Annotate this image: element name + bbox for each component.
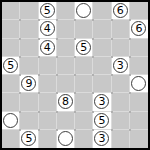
grid-intersection-dot: [56, 129, 58, 131]
numbered-circle-clue: 5: [3, 58, 18, 73]
grid-intersection-dot: [129, 74, 131, 76]
cell-r0c3[interactable]: [57, 2, 75, 20]
cell-r1c0[interactable]: [2, 20, 20, 38]
cell-r0c2: 5: [39, 2, 57, 20]
grid-intersection-dot: [56, 74, 58, 76]
cell-r4c7: [130, 75, 148, 93]
grid-intersection-dot: [129, 38, 131, 40]
cell-r5c6[interactable]: [112, 93, 130, 111]
cell-r4c0[interactable]: [2, 75, 20, 93]
grid-intersection-dot: [56, 92, 58, 94]
numbered-circle-clue: 3: [113, 58, 128, 73]
grid-intersection-dot: [19, 111, 21, 113]
cell-r4c2[interactable]: [39, 75, 57, 93]
grid-intersection-dot: [111, 74, 113, 76]
cell-r6c6[interactable]: [112, 112, 130, 130]
cell-r7c2[interactable]: [39, 130, 57, 148]
cell-r0c4: [75, 2, 93, 20]
cell-r1c1[interactable]: [20, 20, 38, 38]
cell-r3c7[interactable]: [130, 57, 148, 75]
grid-intersection-dot: [74, 74, 76, 76]
numbered-circle-clue: 5: [21, 131, 36, 146]
cell-r2c1[interactable]: [20, 39, 38, 57]
grid-intersection-dot: [19, 19, 21, 21]
numbered-circle-clue: 9: [21, 76, 36, 91]
grid-intersection-dot: [92, 92, 94, 94]
cell-r3c0: 5: [2, 57, 20, 75]
puzzle-board: 56464553983553: [0, 0, 150, 150]
grid-intersection-dot: [74, 56, 76, 58]
cell-r6c3[interactable]: [57, 112, 75, 130]
cell-r4c3[interactable]: [57, 75, 75, 93]
empty-circle-clue: [3, 113, 18, 128]
cell-r3c1[interactable]: [20, 57, 38, 75]
cell-r2c5[interactable]: [93, 39, 111, 57]
numbered-circle-clue: 4: [40, 21, 55, 36]
cell-r0c7[interactable]: [130, 2, 148, 20]
numbered-circle-clue: 5: [94, 113, 109, 128]
cell-r5c3: 8: [57, 93, 75, 111]
numbered-circle-clue: 4: [40, 40, 55, 55]
cell-r3c2[interactable]: [39, 57, 57, 75]
grid-intersection-dot: [92, 111, 94, 113]
grid-intersection-dot: [74, 129, 76, 131]
grid-intersection-dot: [19, 74, 21, 76]
cell-r0c1[interactable]: [20, 2, 38, 20]
empty-circle-clue: [131, 76, 146, 91]
cell-r2c0[interactable]: [2, 39, 20, 57]
cell-r1c5[interactable]: [93, 20, 111, 38]
grid-intersection-dot: [92, 19, 94, 21]
cell-r2c7[interactable]: [130, 39, 148, 57]
grid-intersection-dot: [92, 74, 94, 76]
cell-r2c2: 4: [39, 39, 57, 57]
cell-r1c4[interactable]: [75, 20, 93, 38]
grid-intersection-dot: [19, 56, 21, 58]
grid-intersection-dot: [129, 129, 131, 131]
grid-intersection-dot: [92, 38, 94, 40]
grid-intersection-dot: [38, 38, 40, 40]
cell-r5c7[interactable]: [130, 93, 148, 111]
grid-intersection-dot: [129, 19, 131, 21]
cell-r0c5[interactable]: [93, 2, 111, 20]
grid-intersection-dot: [56, 111, 58, 113]
grid-intersection-dot: [129, 92, 131, 94]
cell-r1c2: 4: [39, 20, 57, 38]
grid-intersection-dot: [38, 74, 40, 76]
cell-r6c1[interactable]: [20, 112, 38, 130]
cell-r0c6: 6: [112, 2, 130, 20]
numbered-circle-clue: 6: [131, 21, 146, 36]
cell-r4c5[interactable]: [93, 75, 111, 93]
cell-r0c0[interactable]: [2, 2, 20, 20]
grid-intersection-dot: [56, 56, 58, 58]
empty-circle-clue: [58, 131, 73, 146]
cell-r5c5: 3: [93, 93, 111, 111]
cell-r2c4: 5: [75, 39, 93, 57]
cell-r7c1: 5: [20, 130, 38, 148]
cell-r5c1[interactable]: [20, 93, 38, 111]
numbered-circle-clue: 5: [40, 3, 55, 18]
grid-intersection-dot: [38, 92, 40, 94]
grid-intersection-dot: [38, 129, 40, 131]
grid-intersection-dot: [129, 56, 131, 58]
cell-r1c7: 6: [130, 20, 148, 38]
grid-intersection-dot: [111, 111, 113, 113]
numbered-circle-clue: 5: [76, 40, 91, 55]
cell-r1c3[interactable]: [57, 20, 75, 38]
grid-intersection-dot: [19, 92, 21, 94]
cell-r4c1: 9: [20, 75, 38, 93]
grid-intersection-dot: [19, 129, 21, 131]
grid-intersection-dot: [111, 19, 113, 21]
grid-intersection-dot: [38, 56, 40, 58]
cell-r3c6: 3: [112, 57, 130, 75]
cell-r5c0[interactable]: [2, 93, 20, 111]
numbered-circle-clue: 3: [94, 131, 109, 146]
cell-r1c6[interactable]: [112, 20, 130, 38]
cell-r4c4[interactable]: [75, 75, 93, 93]
grid-intersection-dot: [92, 129, 94, 131]
grid-intersection-dot: [111, 129, 113, 131]
empty-circle-clue: [76, 3, 91, 18]
cell-r2c6[interactable]: [112, 39, 130, 57]
grid-intersection-dot: [129, 111, 131, 113]
cell-r4c6[interactable]: [112, 75, 130, 93]
cell-r7c5: 3: [93, 130, 111, 148]
cell-r5c2[interactable]: [39, 93, 57, 111]
cell-r5c4[interactable]: [75, 93, 93, 111]
grid-intersection-dot: [111, 92, 113, 94]
cell-r6c0: [2, 112, 20, 130]
cell-r7c4[interactable]: [75, 130, 93, 148]
numbered-circle-clue: 3: [94, 94, 109, 109]
cell-r3c3[interactable]: [57, 57, 75, 75]
cell-r6c5: 5: [93, 112, 111, 130]
cell-r7c6[interactable]: [112, 130, 130, 148]
cell-r2c3[interactable]: [57, 39, 75, 57]
grid-intersection-dot: [74, 92, 76, 94]
cell-r6c7[interactable]: [130, 112, 148, 130]
cell-r6c4[interactable]: [75, 112, 93, 130]
grid-intersection-dot: [111, 38, 113, 40]
grid-intersection-dot: [38, 111, 40, 113]
numbered-circle-clue: 6: [113, 3, 128, 18]
grid-intersection-dot: [74, 38, 76, 40]
grid-intersection-dot: [92, 56, 94, 58]
cell-r7c0[interactable]: [2, 130, 20, 148]
cell-r3c5[interactable]: [93, 57, 111, 75]
grid-intersection-dot: [56, 19, 58, 21]
grid-intersection-dot: [74, 111, 76, 113]
cell-r7c7[interactable]: [130, 130, 148, 148]
cell-r7c3: [57, 130, 75, 148]
grid-intersection-dot: [56, 38, 58, 40]
numbered-circle-clue: 8: [58, 94, 73, 109]
grid-intersection-dot: [111, 56, 113, 58]
grid-intersection-dot: [19, 38, 21, 40]
cell-r3c4[interactable]: [75, 57, 93, 75]
grid-intersection-dot: [38, 19, 40, 21]
grid-intersection-dot: [74, 19, 76, 21]
cell-r6c2[interactable]: [39, 112, 57, 130]
